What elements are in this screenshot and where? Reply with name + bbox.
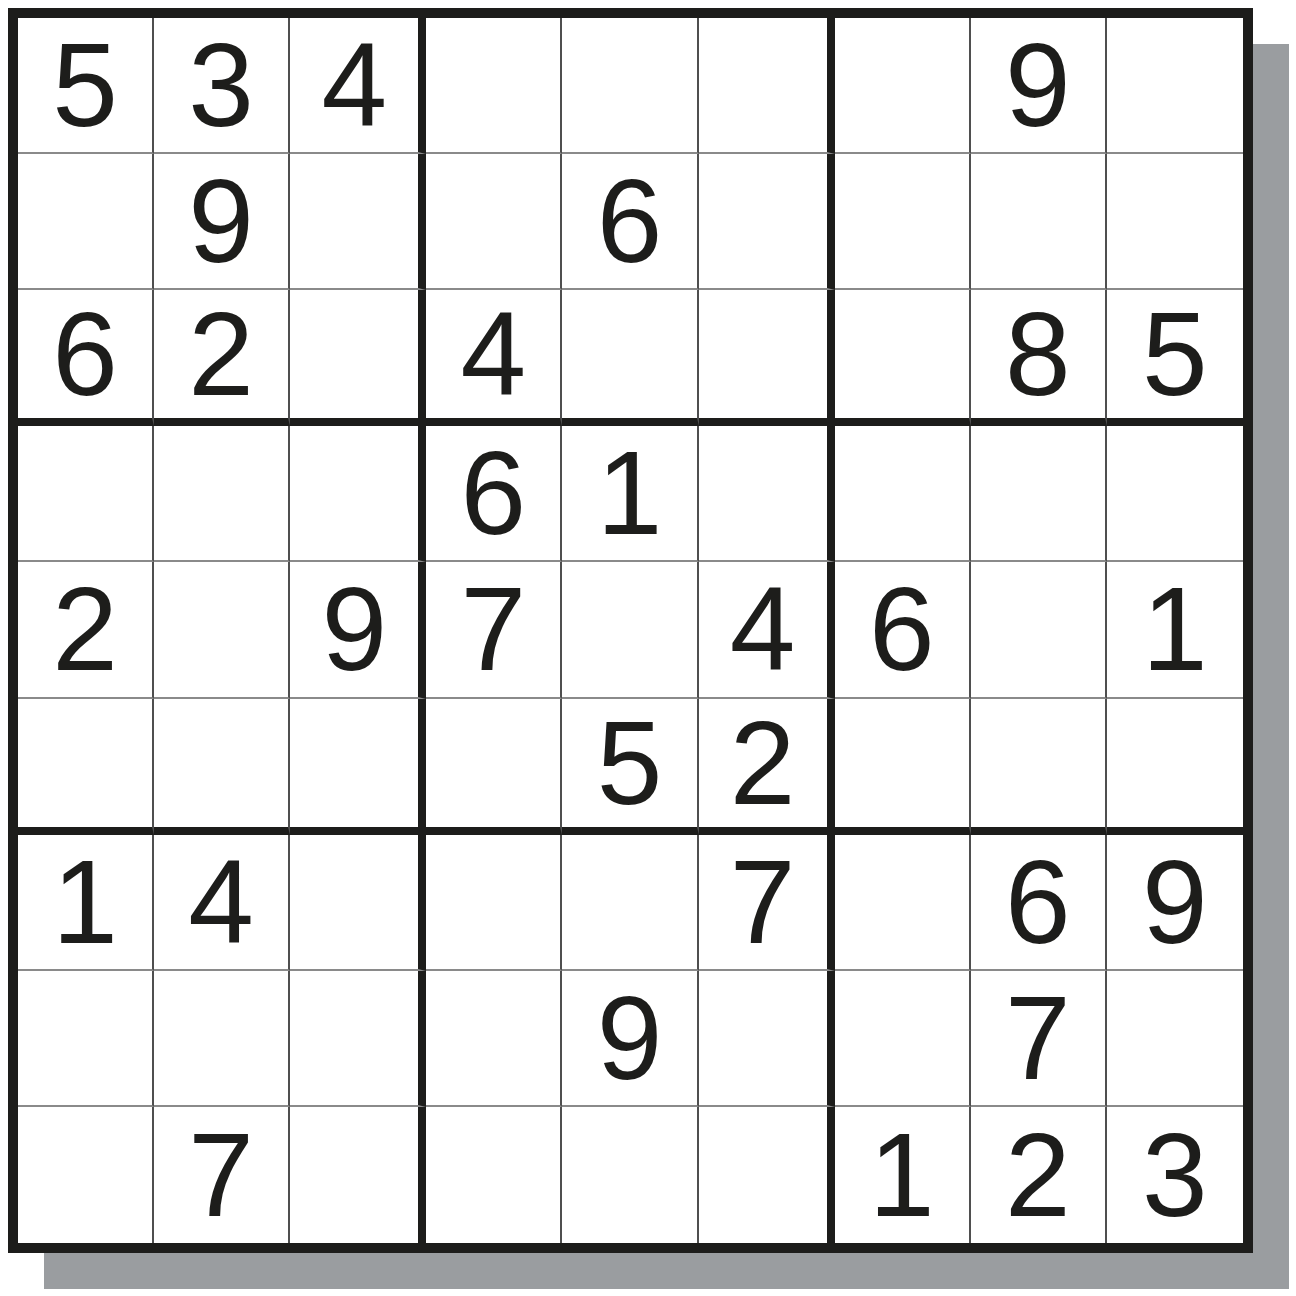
cell-r8c1-empty[interactable] — [18, 971, 154, 1107]
cell-r7c1-given: 1 — [18, 835, 154, 971]
cell-r9c6-empty[interactable] — [699, 1107, 835, 1243]
cell-r5c4-given: 7 — [426, 562, 562, 698]
cell-r3c9-given: 5 — [1107, 290, 1243, 426]
cell-r5c6-given: 4 — [699, 562, 835, 698]
cell-r1c9-empty[interactable] — [1107, 18, 1243, 154]
cell-r3c7-empty[interactable] — [835, 290, 971, 426]
cell-r9c1-empty[interactable] — [18, 1107, 154, 1243]
cell-r4c5-given: 1 — [562, 426, 698, 562]
cell-r2c4-empty[interactable] — [426, 154, 562, 290]
cell-r9c9-given: 3 — [1107, 1107, 1243, 1243]
cell-r5c7-given: 6 — [835, 562, 971, 698]
cell-r3c1-given: 6 — [18, 290, 154, 426]
cell-r7c2-given: 4 — [154, 835, 290, 971]
cell-r1c4-empty[interactable] — [426, 18, 562, 154]
cell-r6c9-empty[interactable] — [1107, 699, 1243, 835]
cell-r3c5-empty[interactable] — [562, 290, 698, 426]
cell-r6c4-empty[interactable] — [426, 699, 562, 835]
cell-r8c8-given: 7 — [971, 971, 1107, 1107]
cell-r1c6-empty[interactable] — [699, 18, 835, 154]
cell-r3c6-empty[interactable] — [699, 290, 835, 426]
cell-r4c3-empty[interactable] — [290, 426, 426, 562]
cell-r4c9-empty[interactable] — [1107, 426, 1243, 562]
cell-r9c4-empty[interactable] — [426, 1107, 562, 1243]
cell-r2c2-given: 9 — [154, 154, 290, 290]
cell-r6c5-given: 5 — [562, 699, 698, 835]
cell-r5c1-given: 2 — [18, 562, 154, 698]
cell-r2c3-empty[interactable] — [290, 154, 426, 290]
cell-r4c1-empty[interactable] — [18, 426, 154, 562]
cell-r6c6-given: 2 — [699, 699, 835, 835]
cell-r3c2-given: 2 — [154, 290, 290, 426]
cell-r5c3-given: 9 — [290, 562, 426, 698]
cell-r4c8-empty[interactable] — [971, 426, 1107, 562]
cell-r7c5-empty[interactable] — [562, 835, 698, 971]
cell-r1c3-given: 4 — [290, 18, 426, 154]
cell-r7c3-empty[interactable] — [290, 835, 426, 971]
cell-r1c5-empty[interactable] — [562, 18, 698, 154]
cell-r5c2-empty[interactable] — [154, 562, 290, 698]
cell-r9c7-given: 1 — [835, 1107, 971, 1243]
cell-r1c1-given: 5 — [18, 18, 154, 154]
cell-r9c8-given: 2 — [971, 1107, 1107, 1243]
sudoku-board: 53499662485612974615214769977123 — [8, 8, 1253, 1253]
cell-r6c3-empty[interactable] — [290, 699, 426, 835]
cell-r5c8-empty[interactable] — [971, 562, 1107, 698]
cell-r9c5-empty[interactable] — [562, 1107, 698, 1243]
cell-r2c8-empty[interactable] — [971, 154, 1107, 290]
cell-r1c7-empty[interactable] — [835, 18, 971, 154]
cell-r5c5-empty[interactable] — [562, 562, 698, 698]
cell-r2c9-empty[interactable] — [1107, 154, 1243, 290]
cell-r7c9-given: 9 — [1107, 835, 1243, 971]
cell-r2c6-empty[interactable] — [699, 154, 835, 290]
cell-r6c7-empty[interactable] — [835, 699, 971, 835]
cell-r4c6-empty[interactable] — [699, 426, 835, 562]
cell-r3c4-given: 4 — [426, 290, 562, 426]
cell-r8c7-empty[interactable] — [835, 971, 971, 1107]
cell-r4c4-given: 6 — [426, 426, 562, 562]
cell-r7c7-empty[interactable] — [835, 835, 971, 971]
cell-r9c3-empty[interactable] — [290, 1107, 426, 1243]
cell-r7c6-given: 7 — [699, 835, 835, 971]
cell-r1c2-given: 3 — [154, 18, 290, 154]
cell-r3c3-empty[interactable] — [290, 290, 426, 426]
cell-r7c8-given: 6 — [971, 835, 1107, 971]
cell-r8c2-empty[interactable] — [154, 971, 290, 1107]
cell-r4c7-empty[interactable] — [835, 426, 971, 562]
cell-r1c8-given: 9 — [971, 18, 1107, 154]
cell-r6c2-empty[interactable] — [154, 699, 290, 835]
cell-r8c6-empty[interactable] — [699, 971, 835, 1107]
cell-r3c8-given: 8 — [971, 290, 1107, 426]
cell-r6c8-empty[interactable] — [971, 699, 1107, 835]
cell-r6c1-empty[interactable] — [18, 699, 154, 835]
page-background: 53499662485612974615214769977123 — [0, 0, 1296, 1296]
cell-r9c2-given: 7 — [154, 1107, 290, 1243]
cell-r2c7-empty[interactable] — [835, 154, 971, 290]
cell-r8c4-empty[interactable] — [426, 971, 562, 1107]
cell-r8c9-empty[interactable] — [1107, 971, 1243, 1107]
cell-r5c9-given: 1 — [1107, 562, 1243, 698]
cell-r8c3-empty[interactable] — [290, 971, 426, 1107]
cell-r4c2-empty[interactable] — [154, 426, 290, 562]
cell-r8c5-given: 9 — [562, 971, 698, 1107]
cell-r2c1-empty[interactable] — [18, 154, 154, 290]
cell-r7c4-empty[interactable] — [426, 835, 562, 971]
cell-r2c5-given: 6 — [562, 154, 698, 290]
